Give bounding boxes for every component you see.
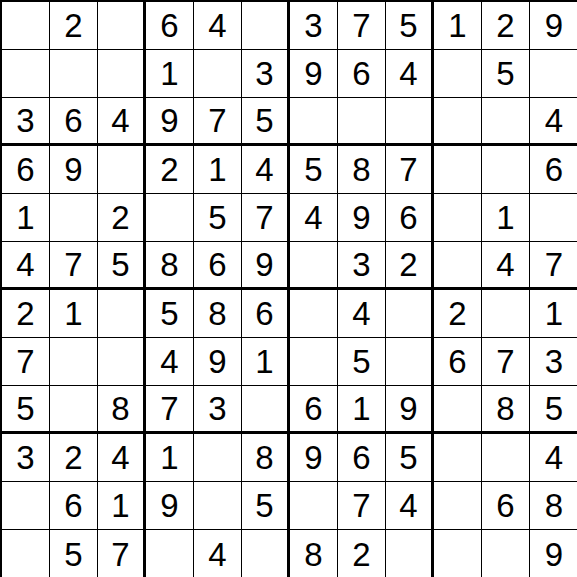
cell-r12c11[interactable] [482,530,530,577]
cell-r6c8[interactable]: 3 [338,242,386,290]
cell-r5c5[interactable]: 5 [194,194,242,242]
cell-r5c8[interactable]: 9 [338,194,386,242]
cell-r8c12[interactable]: 3 [530,338,577,386]
cell-r8c7[interactable] [290,338,338,386]
cell-r8c6[interactable]: 1 [242,338,290,386]
cell-r10c4[interactable]: 1 [146,434,194,482]
cell-r5c4[interactable] [146,194,194,242]
cell-r3c8[interactable] [338,98,386,146]
cell-r6c10[interactable] [434,242,482,290]
cell-r2c5[interactable] [194,50,242,98]
cell-r10c2[interactable]: 2 [50,434,98,482]
cell-r10c8[interactable]: 6 [338,434,386,482]
cell-r6c2[interactable]: 7 [50,242,98,290]
cell-r10c5[interactable] [194,434,242,482]
cell-r7c12[interactable]: 1 [530,290,577,338]
cell-r12c5[interactable]: 4 [194,530,242,577]
cell-r12c9[interactable] [386,530,434,577]
cell-r10c11[interactable] [482,434,530,482]
cell-r11c6[interactable]: 5 [242,482,290,530]
cell-r7c3[interactable] [98,290,146,338]
cell-r6c3[interactable]: 5 [98,242,146,290]
cell-r1c7[interactable]: 3 [290,2,338,50]
cell-r3c5[interactable]: 7 [194,98,242,146]
sudoku-board: 2643751291396453649754692145876125749614… [0,0,577,577]
cell-r4c8[interactable]: 8 [338,146,386,194]
cell-r12c12[interactable]: 9 [530,530,577,577]
cell-r10c9[interactable]: 5 [386,434,434,482]
cell-r9c1[interactable]: 5 [2,386,50,434]
cell-r7c9[interactable] [386,290,434,338]
cell-r4c4[interactable]: 2 [146,146,194,194]
cell-r7c6[interactable]: 6 [242,290,290,338]
cell-r4c12[interactable]: 6 [530,146,577,194]
cell-r8c4[interactable]: 4 [146,338,194,386]
cell-r7c5[interactable]: 8 [194,290,242,338]
cell-r8c8[interactable]: 5 [338,338,386,386]
cell-r11c2[interactable]: 6 [50,482,98,530]
cell-r5c3[interactable]: 2 [98,194,146,242]
cell-r7c10[interactable]: 2 [434,290,482,338]
cell-r11c8[interactable]: 7 [338,482,386,530]
cell-r11c4[interactable]: 9 [146,482,194,530]
cell-r6c6[interactable]: 9 [242,242,290,290]
cell-r10c12[interactable]: 4 [530,434,577,482]
cell-r9c7[interactable]: 6 [290,386,338,434]
cell-r3c10[interactable] [434,98,482,146]
cell-r5c11[interactable]: 1 [482,194,530,242]
cell-r5c9[interactable]: 6 [386,194,434,242]
cell-r4c7[interactable]: 5 [290,146,338,194]
cell-r11c1[interactable] [2,482,50,530]
cell-r2c10[interactable] [434,50,482,98]
cell-r2c2[interactable] [50,50,98,98]
cell-r8c2[interactable] [50,338,98,386]
cell-r9c6[interactable] [242,386,290,434]
cell-r6c12[interactable]: 7 [530,242,577,290]
cell-r2c3[interactable] [98,50,146,98]
cell-r9c2[interactable] [50,386,98,434]
cell-r2c6[interactable]: 3 [242,50,290,98]
cell-r3c11[interactable] [482,98,530,146]
cell-r9c8[interactable]: 1 [338,386,386,434]
cell-r10c6[interactable]: 8 [242,434,290,482]
cell-r1c12[interactable]: 9 [530,2,577,50]
cell-r12c10[interactable] [434,530,482,577]
cell-r4c5[interactable]: 1 [194,146,242,194]
cell-r1c4[interactable]: 6 [146,2,194,50]
cell-r8c3[interactable] [98,338,146,386]
cell-r10c10[interactable] [434,434,482,482]
cell-r5c2[interactable] [50,194,98,242]
cell-r3c12[interactable]: 4 [530,98,577,146]
cell-r4c1[interactable]: 6 [2,146,50,194]
cell-r3c4[interactable]: 9 [146,98,194,146]
cell-r6c5[interactable]: 6 [194,242,242,290]
cell-r5c12[interactable] [530,194,577,242]
cell-r8c10[interactable]: 6 [434,338,482,386]
cell-r3c1[interactable]: 3 [2,98,50,146]
cell-r5c1[interactable]: 1 [2,194,50,242]
cell-r4c10[interactable] [434,146,482,194]
cell-r11c10[interactable] [434,482,482,530]
cell-r4c2[interactable]: 9 [50,146,98,194]
cell-r2c4[interactable]: 1 [146,50,194,98]
cell-r7c7[interactable] [290,290,338,338]
cell-r12c8[interactable]: 2 [338,530,386,577]
cell-r2c12[interactable] [530,50,577,98]
cell-r6c1[interactable]: 4 [2,242,50,290]
cell-r12c6[interactable] [242,530,290,577]
cell-r11c7[interactable] [290,482,338,530]
cell-r6c7[interactable] [290,242,338,290]
cell-r6c9[interactable]: 2 [386,242,434,290]
cell-r11c11[interactable]: 6 [482,482,530,530]
cell-r12c2[interactable]: 5 [50,530,98,577]
cell-r5c10[interactable] [434,194,482,242]
cell-r8c9[interactable] [386,338,434,386]
cell-r12c3[interactable]: 7 [98,530,146,577]
cell-r3c7[interactable] [290,98,338,146]
cell-r7c8[interactable]: 4 [338,290,386,338]
cell-r6c11[interactable]: 4 [482,242,530,290]
cell-r2c7[interactable]: 9 [290,50,338,98]
cell-r4c6[interactable]: 4 [242,146,290,194]
cell-r8c1[interactable]: 7 [2,338,50,386]
cell-r8c11[interactable]: 7 [482,338,530,386]
cell-r9c3[interactable]: 8 [98,386,146,434]
cell-r9c10[interactable] [434,386,482,434]
cell-r5c6[interactable]: 7 [242,194,290,242]
cell-r1c10[interactable]: 1 [434,2,482,50]
cell-r11c12[interactable]: 8 [530,482,577,530]
cell-r3c2[interactable]: 6 [50,98,98,146]
cell-r4c9[interactable]: 7 [386,146,434,194]
cell-r9c9[interactable]: 9 [386,386,434,434]
cell-r2c9[interactable]: 4 [386,50,434,98]
cell-r7c2[interactable]: 1 [50,290,98,338]
cell-r2c11[interactable]: 5 [482,50,530,98]
cell-r4c11[interactable] [482,146,530,194]
cell-r1c2[interactable]: 2 [50,2,98,50]
cell-r10c1[interactable]: 3 [2,434,50,482]
cell-r3c6[interactable]: 5 [242,98,290,146]
cell-r10c7[interactable]: 9 [290,434,338,482]
cell-r1c9[interactable]: 5 [386,2,434,50]
cell-r12c4[interactable] [146,530,194,577]
cell-r6c4[interactable]: 8 [146,242,194,290]
cell-r1c11[interactable]: 2 [482,2,530,50]
cell-r9c5[interactable]: 3 [194,386,242,434]
cell-r1c6[interactable] [242,2,290,50]
cell-r7c4[interactable]: 5 [146,290,194,338]
cell-r11c3[interactable]: 1 [98,482,146,530]
cell-r1c8[interactable]: 7 [338,2,386,50]
cell-r9c11[interactable]: 8 [482,386,530,434]
cell-r11c5[interactable] [194,482,242,530]
cell-r7c11[interactable] [482,290,530,338]
cell-r8c5[interactable]: 9 [194,338,242,386]
cell-r1c5[interactable]: 4 [194,2,242,50]
cell-r1c3[interactable] [98,2,146,50]
cell-r3c3[interactable]: 4 [98,98,146,146]
cell-r12c7[interactable]: 8 [290,530,338,577]
cell-r5c7[interactable]: 4 [290,194,338,242]
cell-r2c8[interactable]: 6 [338,50,386,98]
cell-r9c4[interactable]: 7 [146,386,194,434]
cell-r3c9[interactable] [386,98,434,146]
cell-r4c3[interactable] [98,146,146,194]
cell-r2c1[interactable] [2,50,50,98]
cell-r10c3[interactable]: 4 [98,434,146,482]
cell-r12c1[interactable] [2,530,50,577]
cell-r7c1[interactable]: 2 [2,290,50,338]
cell-r11c9[interactable]: 4 [386,482,434,530]
cell-r1c1[interactable] [2,2,50,50]
cell-r9c12[interactable]: 5 [530,386,577,434]
